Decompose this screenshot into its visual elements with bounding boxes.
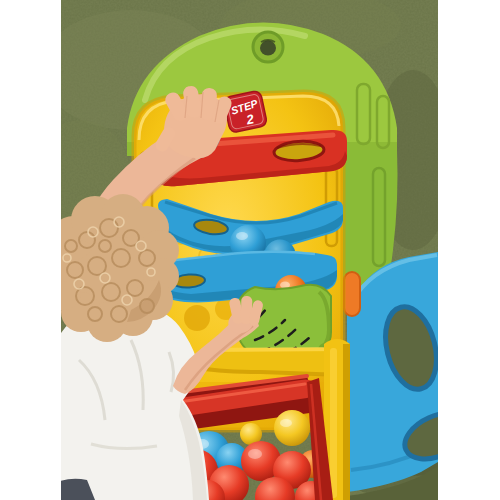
scene-illustration: STEP 2	[61, 0, 438, 500]
funnel-hole	[253, 32, 283, 62]
ball	[274, 410, 310, 446]
left-white-margin	[0, 0, 61, 500]
step2-logo: STEP 2	[223, 90, 268, 133]
right-white-margin	[438, 0, 500, 500]
screenshot-canvas: A toddler with curly blond hair, wearing…	[0, 0, 500, 500]
orange-bracket	[344, 272, 360, 316]
photo-area: STEP 2	[61, 0, 438, 500]
molded-ball-shadow	[184, 305, 210, 331]
